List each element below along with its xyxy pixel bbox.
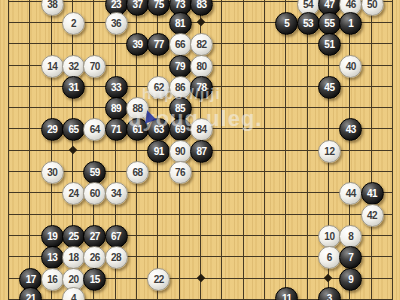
- stone-white-80: 80: [190, 55, 213, 78]
- stone-black-29: 29: [41, 118, 64, 141]
- stone-black-31: 31: [62, 76, 85, 99]
- stone-white-14: 14: [41, 55, 64, 78]
- stone-white-68: 68: [126, 161, 149, 184]
- stone-black-1: 1: [339, 12, 362, 35]
- stone-black-89: 89: [105, 97, 128, 120]
- stone-black-19: 19: [41, 225, 64, 248]
- stone-black-63: 63: [147, 118, 170, 141]
- stone-white-38: 38: [41, 0, 64, 16]
- stone-white-60: 60: [83, 182, 106, 205]
- stone-black-85: 85: [169, 97, 192, 120]
- stone-white-88: 88: [126, 97, 149, 120]
- stone-black-9: 9: [339, 268, 362, 291]
- stone-black-13: 13: [41, 246, 64, 269]
- stone-white-86: 86: [169, 76, 192, 99]
- stone-white-40: 40: [339, 55, 362, 78]
- stone-white-76: 76: [169, 161, 192, 184]
- stone-white-28: 28: [105, 246, 128, 269]
- stone-white-36: 36: [105, 12, 128, 35]
- stone-black-27: 27: [83, 225, 106, 248]
- stone-white-4: 4: [62, 287, 85, 300]
- stone-white-64: 64: [83, 118, 106, 141]
- stone-white-62: 62: [147, 76, 170, 99]
- go-board-diagram: 3823377573835447465023681553551397766825…: [0, 0, 400, 300]
- stone-white-26: 26: [83, 246, 106, 269]
- star-point: [324, 274, 332, 282]
- stone-white-10: 10: [318, 225, 341, 248]
- stone-black-59: 59: [83, 161, 106, 184]
- stone-black-53: 53: [297, 12, 320, 35]
- stone-black-45: 45: [318, 76, 341, 99]
- stone-black-69: 69: [169, 118, 192, 141]
- stone-white-30: 30: [41, 161, 64, 184]
- stone-white-42: 42: [361, 204, 384, 227]
- stone-white-12: 12: [318, 140, 341, 163]
- stone-black-43: 43: [339, 118, 362, 141]
- stone-black-41: 41: [361, 182, 384, 205]
- stone-white-32: 32: [62, 55, 85, 78]
- stone-black-81: 81: [169, 12, 192, 35]
- stone-black-87: 87: [190, 140, 213, 163]
- stone-white-24: 24: [62, 182, 85, 205]
- stone-black-75: 75: [147, 0, 170, 16]
- stone-black-3: 3: [318, 287, 341, 300]
- stone-white-18: 18: [62, 246, 85, 269]
- stone-white-6: 6: [318, 246, 341, 269]
- stone-white-16: 16: [41, 268, 64, 291]
- stone-black-7: 7: [339, 246, 362, 269]
- stone-black-33: 33: [105, 76, 128, 99]
- stone-black-91: 91: [147, 140, 170, 163]
- stone-white-22: 22: [147, 268, 170, 291]
- stone-black-71: 71: [105, 118, 128, 141]
- stone-black-77: 77: [147, 33, 170, 56]
- stone-black-51: 51: [318, 33, 341, 56]
- stone-white-84: 84: [190, 118, 213, 141]
- grid-line-horizontal: [8, 171, 393, 172]
- star-point: [68, 146, 76, 154]
- grid-line-horizontal: [8, 107, 393, 108]
- star-point: [196, 18, 204, 26]
- star-point: [196, 274, 204, 282]
- grid-line-horizontal: [8, 214, 393, 215]
- stone-black-25: 25: [62, 225, 85, 248]
- stone-black-61: 61: [126, 118, 149, 141]
- stone-white-82: 82: [190, 33, 213, 56]
- stone-black-5: 5: [275, 12, 298, 35]
- stone-white-50: 50: [361, 0, 384, 16]
- stone-black-65: 65: [62, 118, 85, 141]
- stone-white-66: 66: [169, 33, 192, 56]
- stone-black-37: 37: [126, 0, 149, 16]
- stone-white-34: 34: [105, 182, 128, 205]
- stone-black-79: 79: [169, 55, 192, 78]
- stone-black-11: 11: [275, 287, 298, 300]
- stone-white-90: 90: [169, 140, 192, 163]
- stone-black-15: 15: [83, 268, 106, 291]
- stone-white-44: 44: [339, 182, 362, 205]
- stone-black-55: 55: [318, 12, 341, 35]
- stone-white-8: 8: [339, 225, 362, 248]
- stone-black-67: 67: [105, 225, 128, 248]
- stone-black-21: 21: [19, 287, 42, 300]
- stone-white-2: 2: [62, 12, 85, 35]
- stone-black-83: 83: [190, 0, 213, 16]
- stone-white-70: 70: [83, 55, 106, 78]
- stone-black-39: 39: [126, 33, 149, 56]
- stone-black-78: 78: [190, 76, 213, 99]
